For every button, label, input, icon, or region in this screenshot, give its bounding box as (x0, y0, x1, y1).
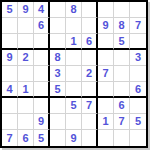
cell-r3c8[interactable]: 5 (114, 34, 130, 50)
cell-r9c7[interactable] (98, 130, 114, 146)
sudoku-board: 594869871659283327415657691757659 (0, 0, 148, 148)
cell-r4c2[interactable]: 2 (18, 50, 34, 66)
cell-r2c6[interactable] (82, 18, 98, 34)
cell-r1c1[interactable]: 5 (2, 2, 18, 18)
cell-r9c9[interactable] (130, 130, 146, 146)
cell-r6c5[interactable] (66, 82, 82, 98)
cell-r7c5[interactable]: 5 (66, 98, 82, 114)
cell-r2c9[interactable]: 7 (130, 18, 146, 34)
cell-r7c6[interactable]: 7 (82, 98, 98, 114)
cell-r2c4[interactable] (50, 18, 66, 34)
cell-r3c1[interactable] (2, 34, 18, 50)
cell-r1c9[interactable] (130, 2, 146, 18)
cell-r4c9[interactable]: 3 (130, 50, 146, 66)
cell-r6c1[interactable]: 4 (2, 82, 18, 98)
cell-r9c4[interactable] (50, 130, 66, 146)
cell-r6c2[interactable]: 1 (18, 82, 34, 98)
cell-r6c4[interactable]: 5 (50, 82, 66, 98)
cell-r5c3[interactable] (34, 66, 50, 82)
cell-r6c6[interactable] (82, 82, 98, 98)
cell-r5c2[interactable] (18, 66, 34, 82)
cell-r8c1[interactable] (2, 114, 18, 130)
cell-r5c8[interactable] (114, 66, 130, 82)
cell-r4c6[interactable] (82, 50, 98, 66)
cell-r4c5[interactable] (66, 50, 82, 66)
cell-r8c9[interactable]: 5 (130, 114, 146, 130)
cell-r5c7[interactable]: 7 (98, 66, 114, 82)
cell-r5c9[interactable] (130, 66, 146, 82)
cell-r4c1[interactable]: 9 (2, 50, 18, 66)
cell-r2c1[interactable] (2, 18, 18, 34)
cell-r2c8[interactable]: 8 (114, 18, 130, 34)
cell-r4c8[interactable] (114, 50, 130, 66)
cell-r8c2[interactable] (18, 114, 34, 130)
cell-r1c2[interactable]: 9 (18, 2, 34, 18)
cell-r3c7[interactable] (98, 34, 114, 50)
cell-r7c3[interactable] (34, 98, 50, 114)
cell-r2c2[interactable] (18, 18, 34, 34)
cell-r6c7[interactable] (98, 82, 114, 98)
cell-r7c1[interactable] (2, 98, 18, 114)
cell-r1c8[interactable] (114, 2, 130, 18)
cell-r3c3[interactable] (34, 34, 50, 50)
cell-r2c5[interactable] (66, 18, 82, 34)
cell-r7c2[interactable] (18, 98, 34, 114)
cell-r8c3[interactable]: 9 (34, 114, 50, 130)
cell-r5c4[interactable]: 3 (50, 66, 66, 82)
cell-r3c9[interactable] (130, 34, 146, 50)
cell-r5c5[interactable] (66, 66, 82, 82)
cell-r5c1[interactable] (2, 66, 18, 82)
cell-r4c4[interactable]: 8 (50, 50, 66, 66)
cell-r3c6[interactable]: 6 (82, 34, 98, 50)
cell-r6c9[interactable]: 6 (130, 82, 146, 98)
cell-r9c8[interactable] (114, 130, 130, 146)
cell-r2c3[interactable]: 6 (34, 18, 50, 34)
cell-r8c6[interactable] (82, 114, 98, 130)
cell-r1c7[interactable] (98, 2, 114, 18)
cell-r4c7[interactable] (98, 50, 114, 66)
cell-r8c8[interactable]: 7 (114, 114, 130, 130)
cell-r3c5[interactable]: 1 (66, 34, 82, 50)
cell-r9c6[interactable] (82, 130, 98, 146)
cell-r2c7[interactable]: 9 (98, 18, 114, 34)
cell-r5c6[interactable]: 2 (82, 66, 98, 82)
cell-r1c6[interactable] (82, 2, 98, 18)
cell-r7c7[interactable] (98, 98, 114, 114)
cell-r1c5[interactable]: 8 (66, 2, 82, 18)
cell-r9c1[interactable]: 7 (2, 130, 18, 146)
cell-r7c4[interactable] (50, 98, 66, 114)
cell-r9c5[interactable]: 9 (66, 130, 82, 146)
cell-r4c3[interactable] (34, 50, 50, 66)
sudoku-puzzle: 594869871659283327415657691757659 (0, 0, 150, 150)
cell-r1c4[interactable] (50, 2, 66, 18)
cell-r9c2[interactable]: 6 (18, 130, 34, 146)
cell-r3c4[interactable] (50, 34, 66, 50)
cell-r8c7[interactable]: 1 (98, 114, 114, 130)
cell-r1c3[interactable]: 4 (34, 2, 50, 18)
cell-r7c8[interactable]: 6 (114, 98, 130, 114)
cell-r6c3[interactable] (34, 82, 50, 98)
cell-r8c4[interactable] (50, 114, 66, 130)
cell-r7c9[interactable] (130, 98, 146, 114)
cell-r6c8[interactable] (114, 82, 130, 98)
cell-r3c2[interactable] (18, 34, 34, 50)
cell-r8c5[interactable] (66, 114, 82, 130)
cell-r9c3[interactable]: 5 (34, 130, 50, 146)
